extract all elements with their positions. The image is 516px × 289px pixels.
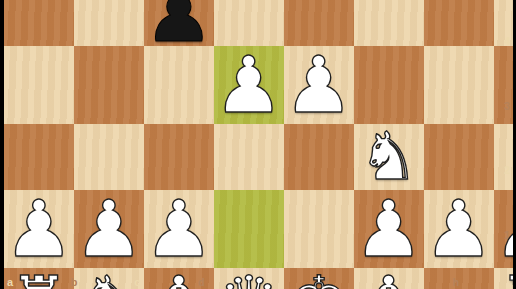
square-b3[interactable] xyxy=(74,124,144,190)
white-pawn-piece[interactable]: ♟ xyxy=(74,190,144,268)
white-pawn-piece[interactable]: ♟ xyxy=(214,46,284,124)
black-pawn-piece[interactable]: ♟ xyxy=(144,0,214,53)
square-e1[interactable]: ♚ xyxy=(284,268,354,289)
square-g4[interactable] xyxy=(424,46,494,124)
square-b4[interactable] xyxy=(74,46,144,124)
square-h3[interactable] xyxy=(494,124,513,190)
white-pawn-piece[interactable]: ♟ xyxy=(144,190,214,268)
square-h2[interactable]: ♟ xyxy=(494,190,513,268)
square-d4[interactable]: ♟ xyxy=(214,46,284,124)
square-b2[interactable]: ♟ xyxy=(74,190,144,268)
square-e4[interactable]: ♟ xyxy=(284,46,354,124)
square-g5[interactable] xyxy=(424,0,494,46)
square-h4[interactable] xyxy=(494,46,513,124)
white-rook-piece[interactable]: ♜ xyxy=(9,268,68,289)
white-pawn-piece[interactable]: ♟ xyxy=(424,190,494,268)
white-rook-piece[interactable]: ♜ xyxy=(499,268,513,289)
square-f1[interactable]: ♝ xyxy=(354,268,424,289)
square-d2[interactable] xyxy=(214,190,284,268)
square-c1[interactable]: ♝ xyxy=(144,268,214,289)
white-bishop-piece[interactable]: ♝ xyxy=(149,268,208,289)
square-a1[interactable]: ♜ xyxy=(4,268,74,289)
white-king-piece[interactable]: ♚ xyxy=(289,268,348,289)
white-queen-piece[interactable]: ♛ xyxy=(219,268,278,289)
square-a3[interactable] xyxy=(4,124,74,190)
square-h5[interactable] xyxy=(494,0,513,46)
square-d1[interactable]: ♛ xyxy=(214,268,284,289)
square-c5[interactable]: ♟ xyxy=(144,0,214,46)
white-knight-piece[interactable]: ♞ xyxy=(359,124,418,190)
letterbox-left xyxy=(0,0,4,289)
square-a2[interactable]: ♟ xyxy=(4,190,74,268)
square-f2[interactable]: ♟ xyxy=(354,190,424,268)
square-e3[interactable] xyxy=(284,124,354,190)
square-f5[interactable] xyxy=(354,0,424,46)
chess-board[interactable]: ♟♟♟♞♟♟♟♟♟♟♜♞♝♛♚♝♜abcdefgh4321 xyxy=(4,0,513,289)
square-d3[interactable] xyxy=(214,124,284,190)
white-knight-piece[interactable]: ♞ xyxy=(79,268,138,289)
square-g2[interactable]: ♟ xyxy=(424,190,494,268)
white-pawn-piece[interactable]: ♟ xyxy=(354,190,424,268)
square-b5[interactable] xyxy=(74,0,144,46)
white-pawn-piece[interactable]: ♟ xyxy=(284,46,354,124)
white-bishop-piece[interactable]: ♝ xyxy=(359,268,418,289)
square-c3[interactable] xyxy=(144,124,214,190)
square-b1[interactable]: ♞ xyxy=(74,268,144,289)
square-f3[interactable]: ♞ xyxy=(354,124,424,190)
square-c2[interactable]: ♟ xyxy=(144,190,214,268)
square-g3[interactable] xyxy=(424,124,494,190)
square-a5[interactable] xyxy=(4,0,74,46)
white-pawn-piece[interactable]: ♟ xyxy=(4,190,74,268)
square-f4[interactable] xyxy=(354,46,424,124)
square-e2[interactable] xyxy=(284,190,354,268)
chess-app-screen: ♟♟♟♞♟♟♟♟♟♟♜♞♝♛♚♝♜abcdefgh4321 xyxy=(0,0,516,289)
square-a4[interactable] xyxy=(4,46,74,124)
white-pawn-piece[interactable]: ♟ xyxy=(494,190,513,268)
board-viewport: ♟♟♟♞♟♟♟♟♟♟♜♞♝♛♚♝♜abcdefgh4321 xyxy=(4,0,513,289)
